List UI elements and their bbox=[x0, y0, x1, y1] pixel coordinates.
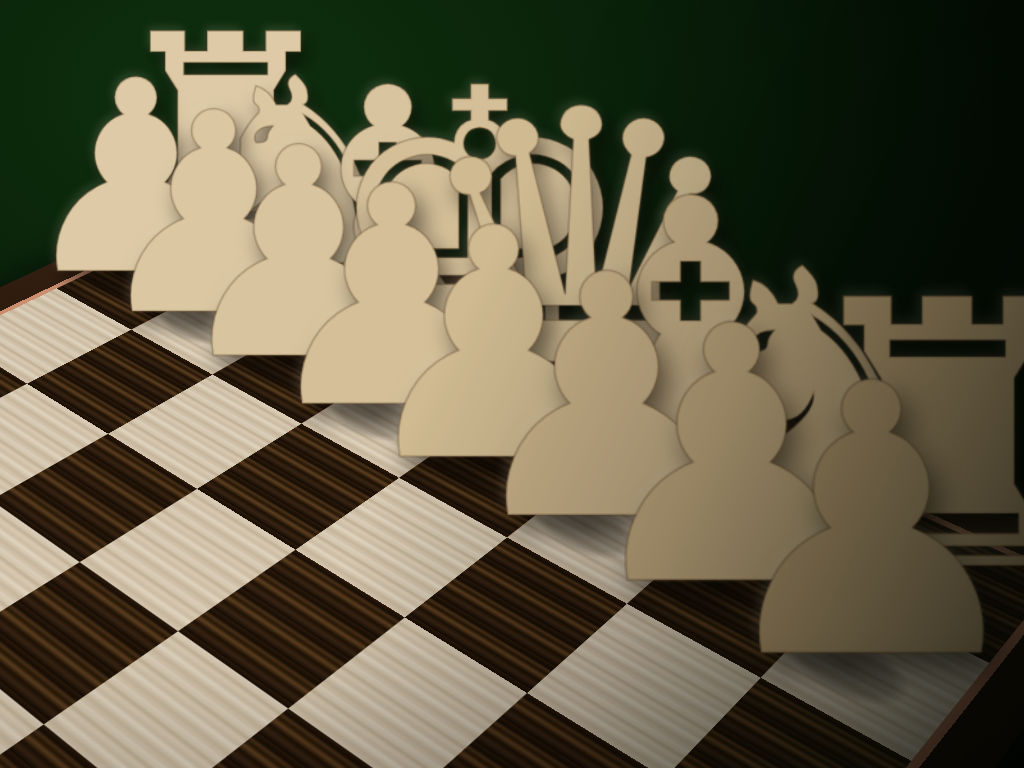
chess-board-3d: ♜♞♝♚♛♝♞♜♟♟♟♟♟♟♟♟ bbox=[0, 176, 1024, 768]
chess-scene: ♜♞♝♚♛♝♞♜♟♟♟♟♟♟♟♟ bbox=[0, 0, 1024, 768]
board-grid: ♜♞♝♚♛♝♞♜♟♟♟♟♟♟♟♟ bbox=[0, 203, 1024, 768]
white-pawn-a2[interactable]: ♟ bbox=[703, 335, 1024, 709]
board-trim: ♜♞♝♚♛♝♞♜♟♟♟♟♟♟♟♟ bbox=[0, 199, 1024, 768]
board-frame: ♜♞♝♚♛♝♞♜♟♟♟♟♟♟♟♟ bbox=[0, 176, 1024, 768]
square-a2[interactable]: ♟ bbox=[761, 591, 989, 761]
